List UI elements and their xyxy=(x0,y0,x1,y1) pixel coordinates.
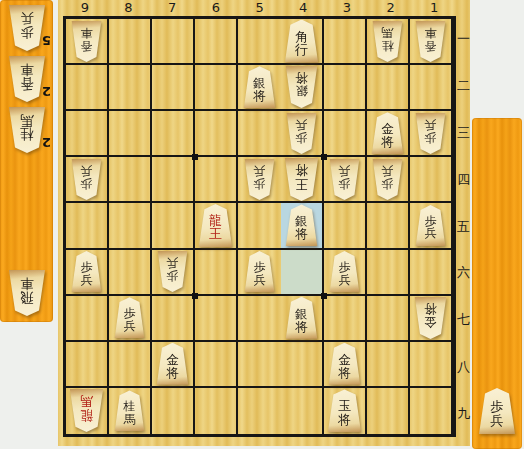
piece-kanji: 兵 xyxy=(124,320,136,333)
gote-piece[interactable]: 歩兵 xyxy=(70,159,103,200)
piece-kanji: 将 xyxy=(338,413,351,427)
square-1一[interactable]: 香車 xyxy=(410,19,453,65)
square-3二[interactable] xyxy=(324,65,367,111)
rank-label-六: 六 xyxy=(457,250,470,297)
square-5三[interactable] xyxy=(238,111,281,157)
piece-kanji: 兵 xyxy=(425,119,437,132)
square-8七[interactable]: 歩兵 xyxy=(109,296,152,342)
hand-piece-count: 5 xyxy=(42,33,51,48)
square-1五[interactable]: 歩兵 xyxy=(410,203,453,249)
square-8一[interactable] xyxy=(109,19,152,65)
square-9二[interactable] xyxy=(66,65,109,111)
square-4三[interactable]: 歩兵 xyxy=(281,111,324,157)
square-5九[interactable] xyxy=(238,388,281,434)
square-2九[interactable] xyxy=(367,388,410,434)
piece-kanji: 歩 xyxy=(81,177,93,190)
piece-kanji: 行 xyxy=(295,43,308,57)
piece-kanji: 兵 xyxy=(425,227,437,240)
gote-hand-桂馬[interactable]: 桂馬2 xyxy=(7,107,47,153)
hoshi-dot xyxy=(321,293,327,299)
sente-piece[interactable]: 金将 xyxy=(155,343,190,385)
square-2六[interactable] xyxy=(367,250,410,296)
piece-kanji: 歩 xyxy=(382,177,394,190)
rank-label-三: 三 xyxy=(457,110,470,157)
rank-label-四: 四 xyxy=(457,156,470,203)
rank-labels: 一二三四五六七八九 xyxy=(457,16,470,437)
piece-kanji: 玉 xyxy=(338,399,351,413)
square-8五[interactable] xyxy=(109,203,152,249)
sente-piece[interactable]: 銀将 xyxy=(242,66,277,108)
board-grid: 香車角行桂馬香車銀将銀将歩兵金将歩兵歩兵歩兵王将歩兵歩兵龍王銀将歩兵歩兵歩兵歩兵… xyxy=(63,16,456,437)
square-7七[interactable] xyxy=(152,296,195,342)
file-label-7: 7 xyxy=(150,0,194,15)
gote-piece[interactable]: 香車 xyxy=(70,21,103,62)
square-6七[interactable] xyxy=(195,296,238,342)
gote-hand-香車[interactable]: 香車2 xyxy=(7,56,47,102)
piece-kanji: 兵 xyxy=(254,165,266,178)
square-4二[interactable]: 銀将 xyxy=(281,65,324,111)
square-9四[interactable]: 歩兵 xyxy=(66,157,109,203)
piece-kanji: 歩 xyxy=(254,177,266,190)
square-1六[interactable] xyxy=(410,250,453,296)
square-8九[interactable]: 桂馬 xyxy=(109,388,152,434)
piece-kanji: 将 xyxy=(295,320,308,333)
piece-kanji: 歩 xyxy=(124,307,136,320)
square-2八[interactable] xyxy=(367,342,410,388)
square-1七[interactable]: 金将 xyxy=(410,296,453,342)
sente-piece[interactable]: 金将 xyxy=(327,343,362,385)
square-4六[interactable] xyxy=(281,250,324,296)
piece-kanji: 歩 xyxy=(167,270,179,283)
piece-kanji: 兵 xyxy=(81,165,93,178)
square-8二[interactable] xyxy=(109,65,152,111)
file-label-6: 6 xyxy=(194,0,238,15)
sente-piece[interactable]: 歩兵 xyxy=(414,205,447,246)
square-5八[interactable] xyxy=(238,342,281,388)
gote-piece[interactable]: 歩兵 xyxy=(243,159,276,200)
piece-kanji: 王 xyxy=(209,227,222,241)
square-4一[interactable]: 角行 xyxy=(281,19,324,65)
hand-piece-count: 2 xyxy=(42,84,51,99)
sente-piece[interactable]: 玉将 xyxy=(326,389,363,432)
piece-kanji: 龍 xyxy=(80,409,93,423)
rank-label-八: 八 xyxy=(457,343,470,390)
square-7一[interactable] xyxy=(152,19,195,65)
file-label-2: 2 xyxy=(369,0,413,15)
square-4七[interactable]: 銀将 xyxy=(281,296,324,342)
sente-piece[interactable]: 金将 xyxy=(370,112,405,154)
hoshi-dot xyxy=(192,293,198,299)
gote-piece[interactable]: 王将 xyxy=(283,158,320,201)
square-3四[interactable]: 歩兵 xyxy=(324,157,367,203)
piece-kanji: 香 xyxy=(81,39,93,52)
hand-piece-count: 2 xyxy=(42,135,51,150)
sente-piece[interactable]: 歩兵 xyxy=(113,297,146,338)
square-3五[interactable] xyxy=(324,203,367,249)
square-7五[interactable] xyxy=(152,203,195,249)
square-5四[interactable]: 歩兵 xyxy=(238,157,281,203)
square-4九[interactable] xyxy=(281,388,324,434)
square-2三[interactable]: 金将 xyxy=(367,111,410,157)
rank-label-九: 九 xyxy=(457,390,470,437)
square-6二[interactable] xyxy=(195,65,238,111)
square-1九[interactable] xyxy=(410,388,453,434)
square-7九[interactable] xyxy=(152,388,195,434)
piece-kanji: 金 xyxy=(338,353,351,366)
piece-kanji: 将 xyxy=(381,135,394,148)
gote-piece[interactable]: 桂馬 xyxy=(371,21,404,62)
square-3三[interactable] xyxy=(324,111,367,157)
square-7八[interactable]: 金将 xyxy=(152,342,195,388)
file-labels: 987654321 xyxy=(63,0,456,15)
gote-piece[interactable]: 歩兵 xyxy=(371,159,404,200)
piece-kanji: 兵 xyxy=(167,257,179,270)
square-9一[interactable]: 香車 xyxy=(66,19,109,65)
sente-piece[interactable]: 歩兵 xyxy=(70,251,103,292)
square-6五[interactable]: 龍王 xyxy=(195,203,238,249)
square-4八[interactable] xyxy=(281,342,324,388)
hoshi-dot xyxy=(192,154,198,160)
square-9八[interactable] xyxy=(66,342,109,388)
piece-kanji: 歩 xyxy=(81,261,93,274)
square-2一[interactable]: 桂馬 xyxy=(367,19,410,65)
square-7二[interactable] xyxy=(152,65,195,111)
sente-piece[interactable]: 歩兵 xyxy=(243,251,276,292)
piece-kanji: 歩 xyxy=(339,261,351,274)
square-3八[interactable]: 金将 xyxy=(324,342,367,388)
piece-kanji: 歩 xyxy=(20,26,34,40)
square-5七[interactable] xyxy=(238,296,281,342)
piece-kanji: 歩 xyxy=(296,131,308,144)
file-label-1: 1 xyxy=(412,0,456,15)
gote-hand-飛車[interactable]: 飛車 xyxy=(7,270,47,316)
piece-kanji: 馬 xyxy=(20,114,34,128)
piece-kanji: 兵 xyxy=(339,274,351,287)
square-9九[interactable]: 龍馬 xyxy=(66,388,109,434)
piece-kanji: 歩 xyxy=(254,261,266,274)
square-7四[interactable] xyxy=(152,157,195,203)
piece-kanji: 馬 xyxy=(382,27,394,40)
piece-kanji: 香 xyxy=(20,77,34,91)
gote-piece[interactable]: 歩兵 xyxy=(156,251,189,292)
gote-piece[interactable]: 金将 xyxy=(413,297,448,339)
gote-piece[interactable]: 歩兵 xyxy=(414,113,447,154)
hoshi-dot xyxy=(321,154,327,160)
sente-piece[interactable]: 角行 xyxy=(283,20,320,63)
piece-kanji: 兵 xyxy=(254,274,266,287)
square-1四[interactable] xyxy=(410,157,453,203)
sente-promoted-piece[interactable]: 龍王 xyxy=(197,204,234,247)
square-1八[interactable] xyxy=(410,342,453,388)
square-6六[interactable] xyxy=(195,250,238,296)
sente-piece[interactable]: 歩兵 xyxy=(477,388,517,434)
piece-kanji: 兵 xyxy=(382,165,394,178)
square-2二[interactable] xyxy=(367,65,410,111)
square-8六[interactable] xyxy=(109,250,152,296)
square-7六[interactable]: 歩兵 xyxy=(152,250,195,296)
file-label-9: 9 xyxy=(63,0,107,15)
sente-piece[interactable]: 銀将 xyxy=(284,297,319,339)
gote-piece[interactable]: 香車 xyxy=(414,21,447,62)
square-9六[interactable]: 歩兵 xyxy=(66,250,109,296)
sente-piece[interactable]: 桂馬 xyxy=(113,390,146,431)
piece-kanji: 桂 xyxy=(20,128,34,142)
piece-kanji: 将 xyxy=(338,366,351,379)
gote-piece[interactable]: 桂馬 xyxy=(7,107,47,153)
piece-kanji: 飛 xyxy=(20,291,34,305)
shogi-app: 歩兵5香車2桂馬2飛車 987654321 香車角行桂馬香車銀将銀将歩兵金将歩兵… xyxy=(0,0,524,449)
gote-captured-tray: 歩兵5香車2桂馬2飛車 xyxy=(0,0,53,322)
square-3一[interactable] xyxy=(324,19,367,65)
square-8四[interactable] xyxy=(109,157,152,203)
piece-kanji: 将 xyxy=(253,89,266,102)
square-2五[interactable] xyxy=(367,203,410,249)
square-2七[interactable] xyxy=(367,296,410,342)
sente-hand-歩兵[interactable]: 歩兵 xyxy=(477,388,517,434)
gote-piece[interactable]: 香車 xyxy=(7,56,47,102)
square-6一[interactable] xyxy=(195,19,238,65)
file-label-3: 3 xyxy=(325,0,369,15)
gote-promoted-piece[interactable]: 龍馬 xyxy=(68,389,105,432)
file-label-5: 5 xyxy=(238,0,282,15)
square-6三[interactable] xyxy=(195,111,238,157)
piece-kanji: 馬 xyxy=(124,413,136,426)
gote-hand-歩兵[interactable]: 歩兵5 xyxy=(7,5,47,51)
piece-kanji: 歩 xyxy=(425,131,437,144)
sente-piece[interactable]: 歩兵 xyxy=(328,251,361,292)
piece-kanji: 車 xyxy=(81,27,93,40)
sente-piece[interactable]: 銀将 xyxy=(284,204,319,246)
piece-kanji: 将 xyxy=(295,227,308,240)
board-area: 987654321 香車角行桂馬香車銀将銀将歩兵金将歩兵歩兵歩兵王将歩兵歩兵龍王… xyxy=(58,0,470,446)
piece-kanji: 将 xyxy=(295,72,308,85)
rank-label-五: 五 xyxy=(457,203,470,250)
piece-kanji: 将 xyxy=(295,164,308,178)
piece-kanji: 香 xyxy=(425,39,437,52)
piece-kanji: 金 xyxy=(166,353,179,366)
piece-kanji: 車 xyxy=(20,63,34,77)
square-5五[interactable] xyxy=(238,203,281,249)
square-1二[interactable] xyxy=(410,65,453,111)
piece-kanji: 角 xyxy=(295,30,308,44)
piece-kanji: 王 xyxy=(295,177,308,191)
piece-kanji: 兵 xyxy=(490,413,504,427)
square-5一[interactable] xyxy=(238,19,281,65)
square-8八[interactable] xyxy=(109,342,152,388)
gote-piece[interactable]: 銀将 xyxy=(284,66,319,108)
square-1三[interactable]: 歩兵 xyxy=(410,111,453,157)
gote-piece[interactable]: 飛車 xyxy=(7,270,47,316)
square-3九[interactable]: 玉将 xyxy=(324,388,367,434)
rank-label-七: 七 xyxy=(457,297,470,344)
square-7三[interactable] xyxy=(152,111,195,157)
square-2四[interactable]: 歩兵 xyxy=(367,157,410,203)
gote-piece[interactable]: 歩兵 xyxy=(7,5,47,51)
square-6八[interactable] xyxy=(195,342,238,388)
gote-piece[interactable]: 歩兵 xyxy=(285,113,318,154)
square-8三[interactable] xyxy=(109,111,152,157)
piece-kanji: 龍 xyxy=(209,214,222,228)
piece-kanji: 銀 xyxy=(295,85,308,98)
file-label-4: 4 xyxy=(281,0,325,15)
rank-label-一: 一 xyxy=(457,16,470,63)
piece-kanji: 歩 xyxy=(490,399,504,413)
file-label-8: 8 xyxy=(107,0,151,15)
square-5六[interactable]: 歩兵 xyxy=(238,250,281,296)
square-4四[interactable]: 王将 xyxy=(281,157,324,203)
piece-kanji: 車 xyxy=(425,27,437,40)
square-5二[interactable]: 銀将 xyxy=(238,65,281,111)
square-9七[interactable] xyxy=(66,296,109,342)
gote-piece[interactable]: 歩兵 xyxy=(328,159,361,200)
piece-kanji: 将 xyxy=(424,303,437,316)
piece-kanji: 兵 xyxy=(339,165,351,178)
piece-kanji: 金 xyxy=(424,316,437,329)
square-9三[interactable] xyxy=(66,111,109,157)
square-6四[interactable] xyxy=(195,157,238,203)
square-4五[interactable]: 銀将 xyxy=(281,203,324,249)
rank-label-二: 二 xyxy=(457,63,470,110)
piece-kanji: 馬 xyxy=(80,395,93,409)
piece-kanji: 兵 xyxy=(20,12,34,26)
piece-kanji: 車 xyxy=(20,277,34,291)
square-9五[interactable] xyxy=(66,203,109,249)
piece-kanji: 将 xyxy=(166,366,179,379)
square-6九[interactable] xyxy=(195,388,238,434)
square-3六[interactable]: 歩兵 xyxy=(324,250,367,296)
piece-kanji: 桂 xyxy=(382,39,394,52)
piece-kanji: 兵 xyxy=(81,274,93,287)
sente-captured-tray: 歩兵 xyxy=(472,118,522,449)
square-3七[interactable] xyxy=(324,296,367,342)
piece-kanji: 銀 xyxy=(295,307,308,320)
piece-kanji: 歩 xyxy=(339,177,351,190)
piece-kanji: 兵 xyxy=(296,119,308,132)
